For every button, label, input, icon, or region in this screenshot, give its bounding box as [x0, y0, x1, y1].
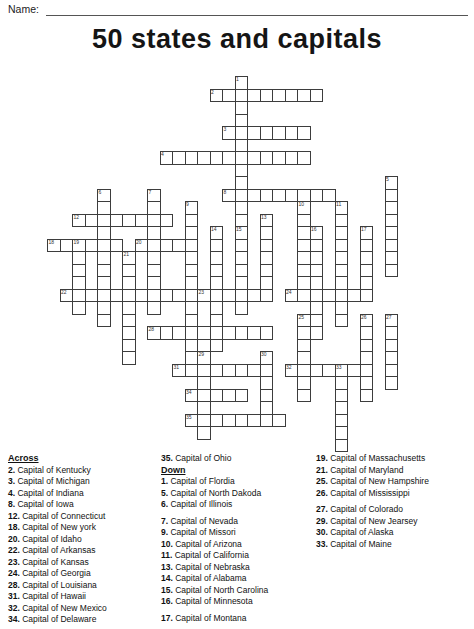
- grid-cell[interactable]: [285, 126, 299, 140]
- grid-cell[interactable]: [185, 351, 199, 365]
- grid-cell[interactable]: [260, 226, 274, 240]
- grid-cell[interactable]: [222, 289, 236, 303]
- grid-cell[interactable]: [122, 251, 136, 265]
- clues-across-header: Across: [8, 453, 160, 465]
- grid-cell[interactable]: [197, 151, 211, 165]
- grid-cell[interactable]: [147, 189, 161, 203]
- grid-cell[interactable]: [297, 326, 311, 340]
- grid-cell[interactable]: [185, 389, 199, 403]
- grid-cell[interactable]: [272, 414, 286, 428]
- grid-cell[interactable]: [135, 214, 149, 228]
- crossword-grid: 2348121820222324283132343515679101113141…: [47, 76, 399, 453]
- grid-cell[interactable]: [85, 289, 99, 303]
- grid-cell[interactable]: [235, 139, 249, 153]
- grid-cell[interactable]: [310, 276, 324, 290]
- grid-cell[interactable]: [297, 289, 311, 303]
- grid-cell[interactable]: [285, 189, 299, 203]
- grid-cell[interactable]: [272, 189, 286, 203]
- grid-cell[interactable]: [210, 414, 224, 428]
- name-input-line[interactable]: [46, 1, 468, 16]
- clue-across-2: 2. Capital of Kentucky: [8, 465, 160, 477]
- clue-down-7: 7. Capital of Nevada: [161, 516, 313, 528]
- grid-cell[interactable]: [210, 389, 224, 403]
- grid-cell[interactable]: [185, 301, 199, 315]
- grid-cell[interactable]: [222, 414, 236, 428]
- grid-cell[interactable]: [260, 414, 274, 428]
- grid-cell[interactable]: [360, 289, 374, 303]
- grid-cell[interactable]: [260, 239, 274, 253]
- clue-across-31: 31. Capital of Hawaii: [8, 591, 160, 603]
- grid-cell[interactable]: [122, 351, 136, 365]
- grid-cell[interactable]: [260, 376, 274, 390]
- grid-cell[interactable]: [297, 251, 311, 265]
- grid-cell[interactable]: [335, 201, 349, 215]
- grid-cell[interactable]: [297, 339, 311, 353]
- grid-cell[interactable]: [235, 301, 249, 315]
- clue-across-35: 35. Capital of Ohio: [161, 453, 313, 465]
- grid-cell[interactable]: [72, 276, 86, 290]
- grid-cell[interactable]: [285, 289, 299, 303]
- clue-down-17: 17. Capital of Montana: [161, 613, 313, 625]
- grid-cell[interactable]: [210, 364, 224, 378]
- grid-cell[interactable]: [347, 289, 361, 303]
- grid-cell[interactable]: [85, 214, 99, 228]
- grid-cell[interactable]: [235, 276, 249, 290]
- clue-across-24: 24. Capital of Georgia: [8, 568, 160, 580]
- clue-across-22: 22. Capital of Arkansas: [8, 545, 160, 557]
- grid-cell[interactable]: [122, 339, 136, 353]
- grid-cell[interactable]: [185, 226, 199, 240]
- grid-cell[interactable]: [322, 364, 336, 378]
- clue-down-14: 14. Capital of Alabama: [161, 573, 313, 585]
- grid-cell[interactable]: [222, 151, 236, 165]
- grid-cell[interactable]: [210, 264, 224, 278]
- clue-down-29: 29. Capital of New Jearsey: [316, 516, 471, 528]
- grid-cell[interactable]: [97, 214, 111, 228]
- clue-across-32: 32. Capital of New Mexico: [8, 603, 160, 615]
- clue-across-20: 20. Capital of Idaho: [8, 534, 160, 546]
- clue-down-5: 5. Capital of North Dakoda: [161, 488, 313, 500]
- clue-down-21: 21. Capital of Maryland: [316, 465, 471, 477]
- clue-down-25: 25. Capital of New Hampshire: [316, 476, 471, 488]
- grid-cell[interactable]: [72, 214, 86, 228]
- grid-cell[interactable]: [297, 376, 311, 390]
- grid-cell[interactable]: [385, 314, 399, 328]
- grid-cell[interactable]: [385, 176, 399, 190]
- grid-cell[interactable]: [222, 126, 236, 140]
- grid-cell[interactable]: [97, 226, 111, 240]
- grid-cell[interactable]: [235, 214, 249, 228]
- grid-cell[interactable]: [335, 289, 349, 303]
- grid-cell[interactable]: [360, 251, 374, 265]
- grid-cell[interactable]: [197, 401, 211, 415]
- grid-cell[interactable]: [235, 76, 249, 90]
- grid-cell[interactable]: [235, 289, 249, 303]
- clue-down-30: 30. Capital of Alaska: [316, 527, 471, 539]
- grid-cell[interactable]: [360, 326, 374, 340]
- grid-cell[interactable]: [297, 239, 311, 253]
- grid-cell[interactable]: [310, 289, 324, 303]
- grid-cell[interactable]: [197, 414, 211, 428]
- grid-cell[interactable]: [110, 214, 124, 228]
- grid-cell[interactable]: [110, 289, 124, 303]
- grid-cell[interactable]: [360, 351, 374, 365]
- grid-cell[interactable]: [197, 364, 211, 378]
- grid-cell[interactable]: [310, 251, 324, 265]
- grid-cell[interactable]: [247, 189, 261, 203]
- grid-cell[interactable]: [335, 226, 349, 240]
- grid-cell[interactable]: [147, 214, 161, 228]
- grid-cell[interactable]: [297, 314, 311, 328]
- grid-cell[interactable]: [272, 89, 286, 103]
- grid-cell[interactable]: [172, 289, 186, 303]
- grid-cell[interactable]: [210, 289, 224, 303]
- grid-cell[interactable]: [235, 389, 249, 403]
- grid-cell[interactable]: [235, 189, 249, 203]
- grid-cell[interactable]: [235, 89, 249, 103]
- grid-cell[interactable]: [185, 201, 199, 215]
- name-label: Name:: [8, 3, 39, 15]
- grid-cell[interactable]: [97, 301, 111, 315]
- grid-cell[interactable]: [135, 289, 149, 303]
- grid-cell[interactable]: [297, 189, 311, 203]
- grid-cell[interactable]: [260, 264, 274, 278]
- grid-cell[interactable]: [260, 289, 274, 303]
- clue-down-9: 9. Capital of Missori: [161, 527, 313, 539]
- grid-cell[interactable]: [285, 151, 299, 165]
- grid-cell[interactable]: [360, 376, 374, 390]
- grid-cell[interactable]: [210, 314, 224, 328]
- grid-cell[interactable]: [297, 89, 311, 103]
- grid-cell[interactable]: [297, 126, 311, 140]
- grid-cell[interactable]: [197, 389, 211, 403]
- grid-cell[interactable]: [385, 251, 399, 265]
- grid-cell[interactable]: [260, 189, 274, 203]
- grid-cell[interactable]: [185, 339, 199, 353]
- grid-cell[interactable]: [247, 414, 261, 428]
- grid-cell[interactable]: [147, 251, 161, 265]
- grid-cell[interactable]: [335, 239, 349, 253]
- page-title: 50 states and capitals: [0, 24, 474, 55]
- grid-cell[interactable]: [310, 189, 324, 203]
- grid-cell[interactable]: [260, 251, 274, 265]
- grid-cell[interactable]: [260, 351, 274, 365]
- grid-cell[interactable]: [335, 439, 349, 453]
- clue-across-28: 28. Capital of Louisiana: [8, 580, 160, 592]
- grid-cell[interactable]: [260, 326, 274, 340]
- grid-cell[interactable]: [360, 264, 374, 278]
- grid-cell[interactable]: [272, 126, 286, 140]
- grid-cell[interactable]: [147, 276, 161, 290]
- grid-cell[interactable]: [210, 276, 224, 290]
- grid-cell[interactable]: [235, 201, 249, 215]
- clue-across-23: 23. Capital of Kansas: [8, 557, 160, 569]
- grid-cell[interactable]: [335, 376, 349, 390]
- grid-cell[interactable]: [172, 326, 186, 340]
- clue-down-10: 10. Capital of Arizona: [161, 539, 313, 551]
- grid-cell[interactable]: [322, 189, 336, 203]
- grid-cell[interactable]: [147, 226, 161, 240]
- grid-cell[interactable]: [310, 226, 324, 240]
- grid-cell[interactable]: [122, 264, 136, 278]
- grid-cell[interactable]: [185, 364, 199, 378]
- grid-cell[interactable]: [235, 251, 249, 265]
- grid-cell[interactable]: [310, 264, 324, 278]
- grid-cell[interactable]: [160, 239, 174, 253]
- grid-cell[interactable]: [47, 239, 61, 253]
- grid-cell[interactable]: [385, 239, 399, 253]
- grid-cell[interactable]: [210, 251, 224, 265]
- grid-cell[interactable]: [385, 264, 399, 278]
- grid-cell[interactable]: [235, 226, 249, 240]
- grid-cell[interactable]: [122, 276, 136, 290]
- clue-across-3: 3. Capital of Michigan: [8, 476, 160, 488]
- grid-cell[interactable]: [122, 314, 136, 328]
- grid-cell[interactable]: [97, 289, 111, 303]
- grid-cell[interactable]: [122, 326, 136, 340]
- grid-cell[interactable]: [110, 239, 124, 253]
- grid-cell[interactable]: [247, 151, 261, 165]
- clue-across-4: 4. Capital of Indiana: [8, 488, 160, 500]
- grid-cell[interactable]: [160, 214, 174, 228]
- clue-column-middle: 35. Capital of OhioDown1. Capital of Flo…: [161, 453, 313, 624]
- grid-cell[interactable]: [172, 151, 186, 165]
- clue-down-6: 6. Capital of Illinois: [161, 499, 313, 511]
- grid-cell[interactable]: [147, 239, 161, 253]
- grid-cell[interactable]: [97, 239, 111, 253]
- grid-cell[interactable]: [147, 264, 161, 278]
- grid-cell[interactable]: [385, 189, 399, 203]
- clue-down-15: 15. Capital of North Carolina: [161, 585, 313, 597]
- grid-cell[interactable]: [210, 151, 224, 165]
- grid-cell[interactable]: [335, 251, 349, 265]
- grid-cell[interactable]: [385, 201, 399, 215]
- clue-down-13: 13. Capital of Nebraska: [161, 562, 313, 574]
- grid-cell[interactable]: [185, 276, 199, 290]
- grid-cell[interactable]: [85, 239, 99, 253]
- clue-down-26: 26. Capital of Mississippi: [316, 488, 471, 500]
- grid-cell[interactable]: [310, 364, 324, 378]
- grid-cell[interactable]: [360, 364, 374, 378]
- grid-cell[interactable]: [185, 239, 199, 253]
- grid-cell[interactable]: [297, 276, 311, 290]
- grid-cell[interactable]: [197, 426, 211, 440]
- grid-cell[interactable]: [147, 201, 161, 215]
- grid-cell[interactable]: [222, 89, 236, 103]
- grid-cell[interactable]: [297, 151, 311, 165]
- grid-cell[interactable]: [310, 89, 324, 103]
- grid-cell[interactable]: [147, 289, 161, 303]
- grid-cell[interactable]: [297, 226, 311, 240]
- grid-cell[interactable]: [72, 264, 86, 278]
- grid-cell[interactable]: [97, 201, 111, 215]
- grid-cell[interactable]: [172, 364, 186, 378]
- grid-cell[interactable]: [297, 364, 311, 378]
- grid-cell[interactable]: [310, 239, 324, 253]
- grid-cell[interactable]: [122, 301, 136, 315]
- clue-down-33: 33. Capital of Maine: [316, 539, 471, 551]
- grid-cell[interactable]: [260, 151, 274, 165]
- grid-cell[interactable]: [210, 326, 224, 340]
- clue-down-11: 11. Capital of California: [161, 550, 313, 562]
- grid-cell[interactable]: [247, 289, 261, 303]
- grid-cell[interactable]: [335, 301, 349, 315]
- grid-cell[interactable]: [235, 164, 249, 178]
- clue-down-16: 16. Capital of Minnesota: [161, 596, 313, 608]
- grid-cell[interactable]: [360, 239, 374, 253]
- grid-cell[interactable]: [260, 364, 274, 378]
- grid-cell[interactable]: [260, 389, 274, 403]
- grid-cell[interactable]: [285, 364, 299, 378]
- grid-cell[interactable]: [97, 251, 111, 265]
- grid-cell[interactable]: [347, 364, 361, 378]
- grid-cell[interactable]: [72, 239, 86, 253]
- grid-cell[interactable]: [360, 389, 374, 403]
- grid-cell[interactable]: [297, 351, 311, 365]
- grid-cell[interactable]: [360, 276, 374, 290]
- grid-cell[interactable]: [185, 414, 199, 428]
- grid-cell[interactable]: [360, 339, 374, 353]
- grid-cell[interactable]: [260, 126, 274, 140]
- grid-cell[interactable]: [72, 289, 86, 303]
- grid-cell[interactable]: [185, 264, 199, 278]
- grid-cell[interactable]: [197, 351, 211, 365]
- grid-cell[interactable]: [335, 314, 349, 328]
- grid-cell[interactable]: [210, 226, 224, 240]
- grid-cell[interactable]: [185, 214, 199, 228]
- grid-cell[interactable]: [97, 189, 111, 203]
- clue-across-8: 8. Capital of Iowa: [8, 499, 160, 511]
- grid-cell[interactable]: [97, 276, 111, 290]
- clue-down-19: 19. Capital of Massachusetts: [316, 453, 471, 465]
- grid-cell[interactable]: [210, 239, 224, 253]
- grid-cell[interactable]: [310, 326, 324, 340]
- grid-cell[interactable]: [235, 414, 249, 428]
- grid-cell[interactable]: [247, 364, 261, 378]
- grid-cell[interactable]: [210, 89, 224, 103]
- grid-cell[interactable]: [160, 289, 174, 303]
- grid-cell[interactable]: [335, 414, 349, 428]
- grid-cell[interactable]: [235, 326, 249, 340]
- grid-cell[interactable]: [235, 114, 249, 128]
- grid-cell[interactable]: [197, 326, 211, 340]
- grid-cell[interactable]: [297, 214, 311, 228]
- grid-cell[interactable]: [160, 326, 174, 340]
- clues-down-header: Down: [161, 465, 313, 477]
- grid-cell[interactable]: [60, 239, 74, 253]
- grid-cell[interactable]: [97, 264, 111, 278]
- grid-cell[interactable]: [247, 126, 261, 140]
- grid-cell[interactable]: [235, 239, 249, 253]
- grid-cell[interactable]: [385, 326, 399, 340]
- grid-cell[interactable]: [285, 89, 299, 103]
- clue-down-1: 1. Capital of Flordia: [161, 476, 313, 488]
- grid-cell[interactable]: [210, 301, 224, 315]
- grid-cell[interactable]: [72, 251, 86, 265]
- grid-cell[interactable]: [385, 214, 399, 228]
- grid-cell[interactable]: [335, 214, 349, 228]
- grid-cell[interactable]: [222, 364, 236, 378]
- grid-cell[interactable]: [260, 276, 274, 290]
- clue-across-34: 34. Capital of Delaware: [8, 614, 160, 626]
- grid-cell[interactable]: [235, 264, 249, 278]
- grid-cell[interactable]: [235, 176, 249, 190]
- grid-cell[interactable]: [360, 314, 374, 328]
- grid-cell[interactable]: [235, 151, 249, 165]
- grid-cell[interactable]: [235, 101, 249, 115]
- grid-cell[interactable]: [335, 364, 349, 378]
- grid-cell[interactable]: [260, 401, 274, 415]
- grid-cell[interactable]: [335, 264, 349, 278]
- grid-cell[interactable]: [222, 389, 236, 403]
- grid-cell[interactable]: [122, 289, 136, 303]
- grid-cell[interactable]: [147, 326, 161, 340]
- grid-cell[interactable]: [210, 339, 224, 353]
- grid-cell[interactable]: [72, 301, 86, 315]
- clue-across-18: 18. Capital of New york: [8, 522, 160, 534]
- grid-cell[interactable]: [385, 364, 399, 378]
- clue-column-across: Across2. Capital of Kentucky3. Capital o…: [8, 453, 160, 626]
- grid-cell[interactable]: [335, 389, 349, 403]
- grid-cell[interactable]: [335, 426, 349, 440]
- grid-cell[interactable]: [235, 364, 249, 378]
- grid-cell[interactable]: [185, 151, 199, 165]
- grid-cell[interactable]: [147, 301, 161, 315]
- grid-cell[interactable]: [247, 326, 261, 340]
- clue-down-27: 27. Capital of Colorado: [316, 504, 471, 516]
- grid-cell[interactable]: [322, 289, 336, 303]
- grid-cell[interactable]: [297, 264, 311, 278]
- grid-cell[interactable]: [297, 389, 311, 403]
- grid-cell[interactable]: [235, 126, 249, 140]
- grid-cell[interactable]: [60, 289, 74, 303]
- grid-cell[interactable]: [172, 239, 186, 253]
- grid-cell[interactable]: [360, 226, 374, 240]
- grid-cell[interactable]: [197, 289, 211, 303]
- grid-cell[interactable]: [247, 89, 261, 103]
- grid-cell[interactable]: [185, 251, 199, 265]
- grid-cell[interactable]: [185, 326, 199, 340]
- grid-cell[interactable]: [385, 376, 399, 390]
- grid-cell[interactable]: [197, 376, 211, 390]
- grid-cell[interactable]: [335, 401, 349, 415]
- grid-cell[interactable]: [385, 351, 399, 365]
- grid-cell[interactable]: [222, 326, 236, 340]
- grid-cell[interactable]: [335, 276, 349, 290]
- grid-cell[interactable]: [260, 214, 274, 228]
- grid-cell[interactable]: [297, 201, 311, 215]
- grid-cell[interactable]: [185, 314, 199, 328]
- grid-cell[interactable]: [310, 301, 324, 315]
- clue-across-12: 12. Capital of Connecticut: [8, 511, 160, 523]
- grid-cell[interactable]: [385, 339, 399, 353]
- grid-cell[interactable]: [135, 239, 149, 253]
- grid-cell[interactable]: [160, 151, 174, 165]
- grid-cell[interactable]: [310, 314, 324, 328]
- grid-cell[interactable]: [122, 214, 136, 228]
- grid-cell[interactable]: [385, 226, 399, 240]
- grid-cell[interactable]: [272, 151, 286, 165]
- clue-column-right: 19. Capital of Massachusetts21. Capital …: [316, 453, 471, 550]
- grid-cell[interactable]: [222, 189, 236, 203]
- grid-cell[interactable]: [97, 314, 111, 328]
- grid-cell[interactable]: [260, 89, 274, 103]
